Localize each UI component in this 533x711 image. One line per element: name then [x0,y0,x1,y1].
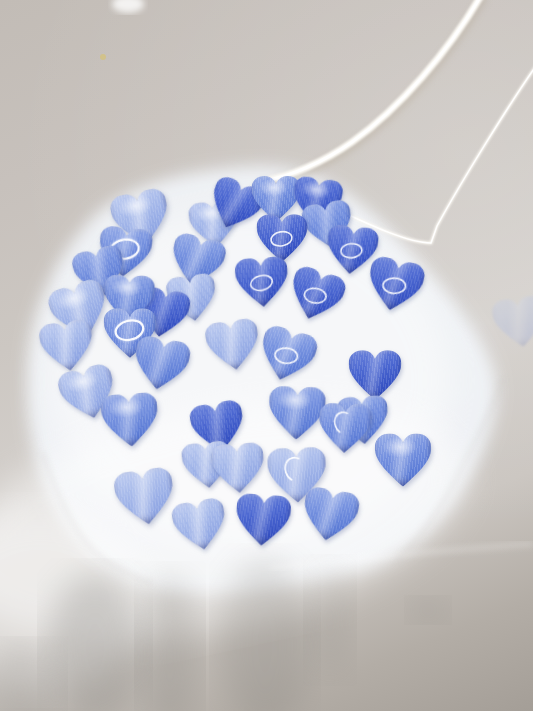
sheen-highlight-icon [108,395,144,419]
heart-bead [297,483,364,547]
heart-shape [361,252,429,317]
ring-highlight-icon [382,277,407,294]
photo-blue-heart-beads [0,0,533,711]
sheen-highlight-icon [63,367,101,395]
sheen-highlight-icon [300,178,332,201]
heart-bead [232,491,294,549]
heart-shape [252,321,323,389]
sheen-highlight-icon [111,277,143,297]
heart-bead [252,321,323,389]
hook-highlight-icon [281,453,311,485]
hook-highlight-icon [331,409,357,437]
heart-shape [208,440,268,496]
heart-bead [110,464,180,530]
ring-highlight-icon [303,286,329,305]
ring-highlight-icon [269,229,294,248]
heart-shape [297,483,364,547]
sheen-highlight-icon [116,192,154,220]
ring-highlight-icon [248,272,275,293]
heart-bead-faint [489,292,533,352]
sheen-highlight-icon [258,178,288,197]
heart-shape [232,254,292,310]
sheen-highlight-icon [277,389,313,412]
ring-highlight-icon [273,346,299,365]
heart-shape [98,390,162,450]
heart-bead [168,494,232,556]
ring-highlight-icon [340,242,364,259]
heart-shape [373,432,433,488]
heart-bead [98,390,162,450]
heart-shape [489,292,533,352]
heart-bead [208,440,268,496]
heart-bead [361,252,429,317]
heart-shape [128,332,195,396]
heart-shape [168,494,232,556]
sheen-highlight-icon [383,436,418,457]
sheen-highlight-icon [53,283,93,314]
heart-shape [232,491,294,549]
heart-bead [232,254,292,310]
heart-bead [373,432,433,488]
heart-shape [110,464,180,530]
heart-beads-cluster [0,0,533,711]
heart-bead [128,332,195,396]
